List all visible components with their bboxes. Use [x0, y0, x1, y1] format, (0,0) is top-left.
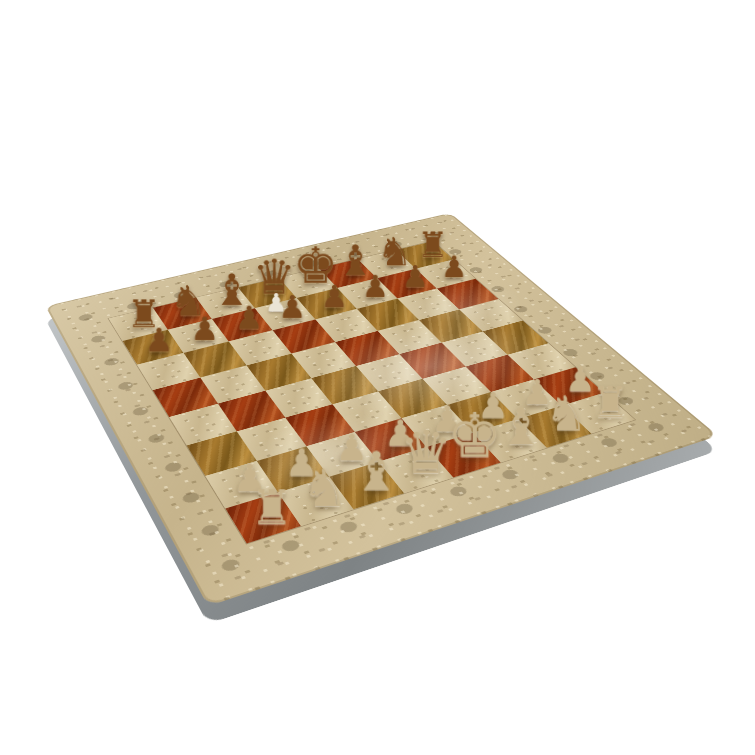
piece-light-king[interactable]: ♚ [447, 405, 502, 467]
piece-dark-pawn[interactable]: ♟ [226, 302, 273, 334]
board-position-wrapper: ♜♞♝♛♚♝♞♜♟♟♟♟♟♟♟♟♟♟♟♟♟♟♟♟♟♜♞♝♛♚♝♞♜ [106, 116, 606, 616]
piece-dark-pawn[interactable]: ♟ [432, 252, 476, 282]
piece-dark-pawn[interactable]: ♟ [353, 271, 398, 301]
piece-dark-pawn[interactable]: ♟ [181, 313, 229, 345]
product-photo-scene: ♜♞♝♛♚♝♞♜♟♟♟♟♟♟♟♟♟♟♟♟♟♟♟♟♟♜♞♝♛♚♝♞♜ [0, 0, 755, 755]
piece-dark-pawn[interactable]: ♟ [135, 324, 183, 357]
square-a6[interactable] [137, 353, 200, 390]
piece-dark-pawn[interactable]: ♟ [393, 261, 438, 291]
piece-dark-pawn[interactable]: ♟ [269, 291, 315, 322]
piece-light-bishop[interactable]: ♝ [348, 445, 405, 498]
piece-dark-pawn[interactable]: ♟ [311, 281, 357, 312]
piece-light-knight[interactable]: ♞ [296, 462, 354, 514]
square-a5[interactable] [153, 378, 218, 417]
piece-light-queen[interactable]: ♛ [398, 423, 454, 482]
piece-light-bishop[interactable]: ♝ [494, 401, 548, 452]
stone-slab-border: ♜♞♝♛♚♝♞♜♟♟♟♟♟♟♟♟♟♟♟♟♟♟♟♟♟♜♞♝♛♚♝♞♜ [45, 213, 718, 606]
piece-light-rook[interactable]: ♜ [243, 483, 302, 531]
